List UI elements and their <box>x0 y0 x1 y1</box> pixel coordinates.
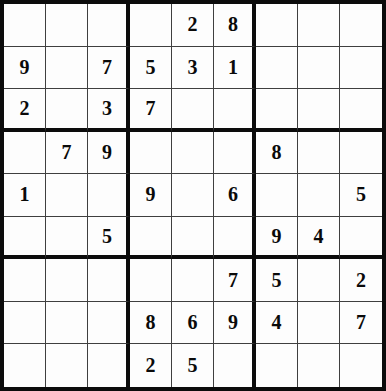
cell-r5c9[interactable]: 5 <box>340 174 382 217</box>
cell-r2c1[interactable]: 9 <box>4 47 46 90</box>
cell-r6c4[interactable] <box>130 217 172 260</box>
cell-r3c6[interactable] <box>214 89 256 132</box>
cell-r5c2[interactable] <box>46 174 88 217</box>
cell-r3c9[interactable] <box>340 89 382 132</box>
sudoku-page: 2 8 9 7 5 3 1 2 3 7 7 9 8 1 <box>0 0 386 391</box>
cell-r5c5[interactable] <box>172 174 214 217</box>
cell-r9c2[interactable] <box>46 344 88 387</box>
cell-r6c6[interactable] <box>214 217 256 260</box>
cell-r8c8[interactable] <box>298 302 340 345</box>
cell-r7c6[interactable]: 7 <box>214 259 256 302</box>
cell-r5c4[interactable]: 9 <box>130 174 172 217</box>
cell-r2c7[interactable] <box>256 47 298 90</box>
cell-r1c2[interactable] <box>46 4 88 47</box>
cell-r6c3[interactable]: 5 <box>88 217 130 260</box>
cell-r2c5[interactable]: 3 <box>172 47 214 90</box>
sudoku-board: 2 8 9 7 5 3 1 2 3 7 7 9 8 1 <box>0 0 386 391</box>
cell-r2c4[interactable]: 5 <box>130 47 172 90</box>
cell-r5c6[interactable]: 6 <box>214 174 256 217</box>
cell-r7c3[interactable] <box>88 259 130 302</box>
cell-r4c2[interactable]: 7 <box>46 132 88 175</box>
cell-r9c9[interactable] <box>340 344 382 387</box>
cell-r8c7[interactable]: 4 <box>256 302 298 345</box>
cell-r8c6[interactable]: 9 <box>214 302 256 345</box>
cell-r9c5[interactable]: 5 <box>172 344 214 387</box>
cell-r9c6[interactable] <box>214 344 256 387</box>
cell-r4c4[interactable] <box>130 132 172 175</box>
cell-r9c3[interactable] <box>88 344 130 387</box>
cell-r6c2[interactable] <box>46 217 88 260</box>
cell-r1c3[interactable] <box>88 4 130 47</box>
cell-r8c3[interactable] <box>88 302 130 345</box>
cell-r4c1[interactable] <box>4 132 46 175</box>
cell-r7c9[interactable]: 2 <box>340 259 382 302</box>
cell-r1c6[interactable]: 8 <box>214 4 256 47</box>
cell-r5c1[interactable]: 1 <box>4 174 46 217</box>
cell-r6c5[interactable] <box>172 217 214 260</box>
cell-r9c1[interactable] <box>4 344 46 387</box>
cell-r1c5[interactable]: 2 <box>172 4 214 47</box>
cell-r6c7[interactable]: 9 <box>256 217 298 260</box>
cell-r9c7[interactable] <box>256 344 298 387</box>
cell-r4c8[interactable] <box>298 132 340 175</box>
cell-r4c7[interactable]: 8 <box>256 132 298 175</box>
cell-r4c6[interactable] <box>214 132 256 175</box>
cell-r3c1[interactable]: 2 <box>4 89 46 132</box>
cell-r7c2[interactable] <box>46 259 88 302</box>
cell-r7c1[interactable] <box>4 259 46 302</box>
cell-r7c7[interactable]: 5 <box>256 259 298 302</box>
cell-r3c3[interactable]: 3 <box>88 89 130 132</box>
cell-r7c4[interactable] <box>130 259 172 302</box>
cell-r3c8[interactable] <box>298 89 340 132</box>
cell-r2c3[interactable]: 7 <box>88 47 130 90</box>
cell-r3c4[interactable]: 7 <box>130 89 172 132</box>
cell-r4c9[interactable] <box>340 132 382 175</box>
cell-r5c8[interactable] <box>298 174 340 217</box>
cell-r1c8[interactable] <box>298 4 340 47</box>
cell-r8c4[interactable]: 8 <box>130 302 172 345</box>
cell-r8c2[interactable] <box>46 302 88 345</box>
cell-r1c7[interactable] <box>256 4 298 47</box>
cell-r7c5[interactable] <box>172 259 214 302</box>
cell-r5c3[interactable] <box>88 174 130 217</box>
cell-r7c8[interactable] <box>298 259 340 302</box>
cell-r8c5[interactable]: 6 <box>172 302 214 345</box>
cell-r2c9[interactable] <box>340 47 382 90</box>
cell-r4c5[interactable] <box>172 132 214 175</box>
cell-r1c1[interactable] <box>4 4 46 47</box>
cell-r8c9[interactable]: 7 <box>340 302 382 345</box>
cell-r9c8[interactable] <box>298 344 340 387</box>
cell-r4c3[interactable]: 9 <box>88 132 130 175</box>
cell-r8c1[interactable] <box>4 302 46 345</box>
cell-r6c8[interactable]: 4 <box>298 217 340 260</box>
cell-r1c9[interactable] <box>340 4 382 47</box>
cell-r3c2[interactable] <box>46 89 88 132</box>
cell-r3c7[interactable] <box>256 89 298 132</box>
cell-r2c6[interactable]: 1 <box>214 47 256 90</box>
cell-r6c9[interactable] <box>340 217 382 260</box>
cell-r5c7[interactable] <box>256 174 298 217</box>
cell-r1c4[interactable] <box>130 4 172 47</box>
cell-r9c4[interactable]: 2 <box>130 344 172 387</box>
cell-r2c8[interactable] <box>298 47 340 90</box>
cell-r2c2[interactable] <box>46 47 88 90</box>
cell-r3c5[interactable] <box>172 89 214 132</box>
cell-r6c1[interactable] <box>4 217 46 260</box>
